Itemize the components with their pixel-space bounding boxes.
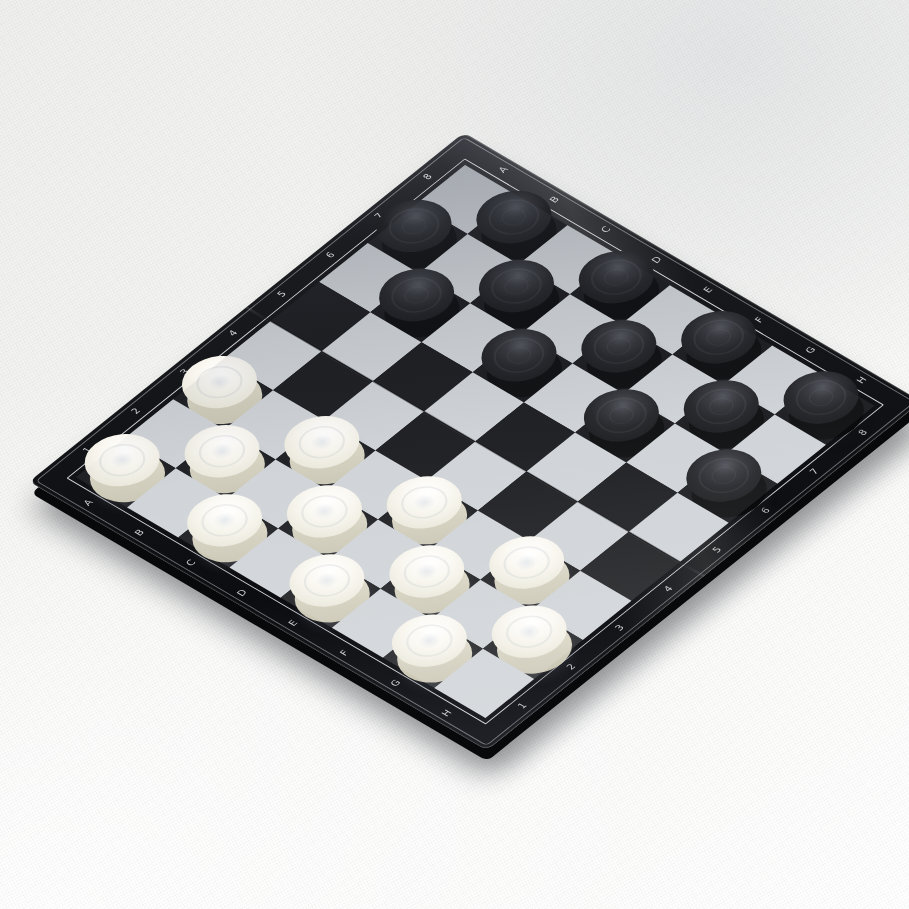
checkers-board: ABCDEFGH ABCDEFGH 87654321 87654321 (29, 133, 909, 751)
product-photo-scene: ABCDEFGH ABCDEFGH 87654321 87654321 (0, 0, 909, 909)
board-grid (76, 165, 875, 718)
